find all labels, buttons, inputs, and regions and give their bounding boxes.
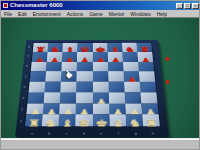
- app-window: Chessmaster 6000 _ □ × File Edit Environ…: [0, 0, 200, 150]
- square-e5[interactable]: [92, 71, 108, 81]
- square-b6[interactable]: [46, 62, 62, 72]
- square-f2[interactable]: ♟: [109, 103, 126, 114]
- square-d5[interactable]: [77, 71, 93, 81]
- maximize-button[interactable]: □: [184, 3, 191, 9]
- file-label-c: c: [58, 132, 75, 135]
- square-g3[interactable]: [124, 92, 141, 103]
- square-d8[interactable]: ♛: [78, 43, 93, 52]
- square-g8[interactable]: ♞: [122, 43, 137, 52]
- square-b7[interactable]: ♟: [47, 52, 63, 62]
- square-h1[interactable]: ♜: [142, 115, 160, 127]
- square-a7[interactable]: ♟: [32, 52, 48, 62]
- piece-white-knight[interactable]: ♞: [126, 118, 143, 127]
- piece-white-rook[interactable]: ♜: [142, 118, 160, 127]
- menu-file[interactable]: File: [1, 10, 15, 18]
- square-d2[interactable]: ♟: [76, 103, 93, 114]
- square-g4[interactable]: [124, 82, 141, 93]
- square-f6[interactable]: [108, 62, 124, 72]
- square-g1[interactable]: ♞: [126, 115, 143, 127]
- file-labels: abcdefgh: [23, 132, 162, 135]
- square-h4[interactable]: [140, 82, 157, 93]
- board-grid: ♜♞♝♛♚♝♞♜♟♟♟♟♟♟♟♟♟♟♟♟♟♟♟♟♜♞♝♛♚♝♞♜: [24, 42, 161, 127]
- minimize-button[interactable]: _: [176, 3, 183, 9]
- square-e6[interactable]: [92, 62, 107, 72]
- file-label-d: d: [75, 132, 92, 135]
- square-c2[interactable]: ♟: [59, 103, 76, 114]
- square-b1[interactable]: ♞: [42, 115, 59, 127]
- square-g6[interactable]: [123, 62, 139, 72]
- piece-white-king[interactable]: ♚: [92, 118, 109, 127]
- rail-marker-red-icon: [166, 80, 169, 84]
- square-g5[interactable]: ♟: [123, 71, 139, 81]
- file-label-e: e: [92, 132, 109, 135]
- board-plane: 87654321 ♜♞♝♛♚♝♞♜♟♟♟♟♟♟♟♟♟♟♟♟♟♟♟♟♜♞♝♛♚♝♞…: [15, 40, 169, 137]
- file-label-f: f: [110, 132, 127, 135]
- square-a8[interactable]: ♜: [33, 43, 49, 52]
- square-c8[interactable]: ♝: [63, 43, 78, 52]
- square-c4[interactable]: [61, 82, 77, 93]
- square-b3[interactable]: [44, 92, 61, 103]
- square-d6[interactable]: [77, 62, 92, 72]
- piece-white-queen[interactable]: ♛: [76, 118, 93, 127]
- square-b5[interactable]: [45, 71, 61, 81]
- desktop: 87654321 ♜♞♝♛♚♝♞♜♟♟♟♟♟♟♟♟♟♟♟♟♟♟♟♟♜♞♝♛♚♝♞…: [1, 18, 200, 138]
- piece-white-bishop[interactable]: ♝: [59, 118, 76, 127]
- piece-white-bishop[interactable]: ♝: [109, 118, 126, 127]
- square-h6[interactable]: [138, 62, 154, 72]
- square-h2[interactable]: ♟: [141, 103, 158, 114]
- square-f8[interactable]: ♝: [107, 43, 122, 52]
- square-f3[interactable]: [108, 92, 125, 103]
- square-a3[interactable]: [27, 92, 44, 103]
- square-d4[interactable]: [76, 82, 92, 93]
- close-button[interactable]: ×: [192, 3, 199, 9]
- chess-board: 87654321 ♜♞♝♛♚♝♞♜♟♟♟♟♟♟♟♟♟♟♟♟♟♟♟♟♜♞♝♛♚♝♞…: [15, 1, 169, 137]
- square-a1[interactable]: ♜: [25, 115, 43, 127]
- square-e8[interactable]: ♚: [92, 43, 107, 52]
- file-label-a: a: [23, 132, 41, 135]
- square-b4[interactable]: [45, 82, 62, 93]
- file-label-b: b: [41, 132, 59, 135]
- file-label-h: h: [144, 132, 162, 135]
- piece-white-rook[interactable]: ♜: [25, 118, 43, 127]
- square-c7[interactable]: ♟: [62, 52, 77, 62]
- square-e1[interactable]: ♚: [92, 115, 109, 127]
- square-a4[interactable]: [29, 82, 46, 93]
- square-e2[interactable]: [92, 103, 109, 114]
- square-e4[interactable]: [92, 82, 108, 93]
- square-c3[interactable]: [60, 92, 77, 103]
- square-e7[interactable]: ♟: [92, 52, 107, 62]
- rail-marker-red-icon: [166, 57, 169, 61]
- square-h7[interactable]: ♟: [137, 52, 153, 62]
- square-g2[interactable]: ♟: [125, 103, 142, 114]
- square-f1[interactable]: ♝: [109, 115, 126, 127]
- square-d7[interactable]: ♟: [77, 52, 92, 62]
- square-d3[interactable]: [76, 92, 92, 103]
- bottom-panel: [1, 138, 200, 150]
- square-a5[interactable]: [30, 71, 46, 81]
- file-label-g: g: [127, 132, 145, 135]
- square-h8[interactable]: ♜: [136, 43, 152, 52]
- square-c1[interactable]: ♝: [59, 115, 76, 127]
- square-d1[interactable]: ♛: [76, 115, 93, 127]
- square-f7[interactable]: ♟: [107, 52, 122, 62]
- piece-white-knight[interactable]: ♞: [42, 118, 59, 127]
- square-h3[interactable]: [140, 92, 157, 103]
- square-f5[interactable]: [108, 71, 124, 81]
- square-a2[interactable]: ♟: [26, 103, 43, 114]
- square-h5[interactable]: [139, 71, 155, 81]
- square-b8[interactable]: ♞: [48, 43, 63, 52]
- square-a6[interactable]: [31, 62, 47, 72]
- square-b2[interactable]: ♟: [43, 103, 60, 114]
- square-e3[interactable]: ♟: [92, 92, 108, 103]
- square-g7[interactable]: [122, 52, 138, 62]
- square-f4[interactable]: [108, 82, 124, 93]
- app-icon: [3, 3, 8, 8]
